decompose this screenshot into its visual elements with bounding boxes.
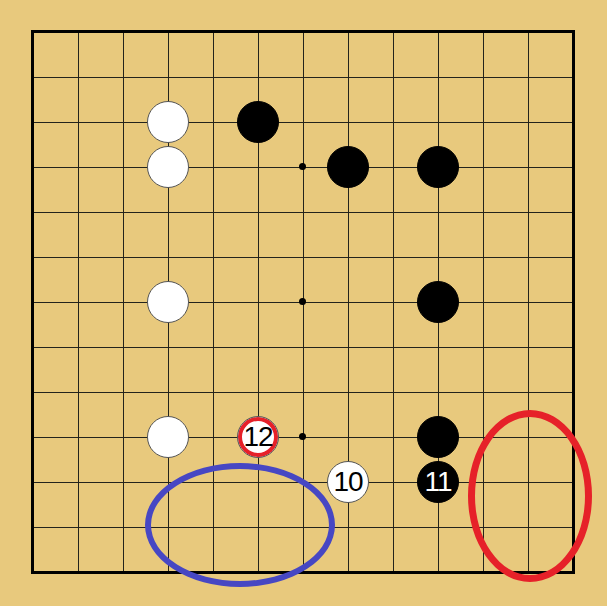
grid-cell[interactable] bbox=[258, 212, 303, 257]
grid-cell[interactable] bbox=[33, 32, 78, 77]
grid-cell[interactable] bbox=[33, 257, 78, 302]
grid-cell[interactable] bbox=[213, 32, 258, 77]
grid-cell[interactable] bbox=[438, 32, 483, 77]
move-number-label: 11 bbox=[424, 468, 451, 496]
go-diagram: 121011 bbox=[0, 0, 607, 606]
grid-cell[interactable] bbox=[483, 302, 528, 347]
grid-cell[interactable] bbox=[258, 257, 303, 302]
stone-black-K10[interactable] bbox=[417, 146, 459, 188]
stone-black-K4[interactable] bbox=[417, 416, 459, 458]
grid-cell[interactable] bbox=[528, 437, 573, 482]
grid-cell[interactable] bbox=[78, 167, 123, 212]
grid-cell[interactable] bbox=[33, 302, 78, 347]
grid-cell[interactable] bbox=[348, 32, 393, 77]
grid-cell[interactable] bbox=[393, 32, 438, 77]
grid-cell[interactable] bbox=[213, 302, 258, 347]
grid-cell[interactable] bbox=[78, 527, 123, 572]
grid-cell[interactable] bbox=[78, 122, 123, 167]
stone-white-D7[interactable] bbox=[147, 281, 189, 323]
grid-cell[interactable] bbox=[348, 347, 393, 392]
grid-cell[interactable] bbox=[348, 212, 393, 257]
grid-cell[interactable] bbox=[123, 212, 168, 257]
grid-cell[interactable] bbox=[78, 437, 123, 482]
grid-cell[interactable] bbox=[78, 257, 123, 302]
grid-cell[interactable] bbox=[33, 77, 78, 122]
grid-cell[interactable] bbox=[258, 347, 303, 392]
grid-cell[interactable] bbox=[483, 392, 528, 437]
move-number-label: 10 bbox=[333, 468, 362, 496]
grid-cell[interactable] bbox=[438, 77, 483, 122]
star-point bbox=[299, 163, 306, 170]
grid-cell[interactable] bbox=[483, 77, 528, 122]
grid-cell[interactable] bbox=[123, 32, 168, 77]
grid-cell[interactable] bbox=[78, 302, 123, 347]
grid-cell[interactable] bbox=[78, 392, 123, 437]
grid-cell[interactable] bbox=[33, 527, 78, 572]
grid-cell[interactable] bbox=[528, 392, 573, 437]
grid-cell[interactable] bbox=[483, 437, 528, 482]
grid-cell[interactable] bbox=[168, 212, 213, 257]
grid-cell[interactable] bbox=[438, 212, 483, 257]
grid-cell[interactable] bbox=[258, 32, 303, 77]
grid-cell[interactable] bbox=[303, 77, 348, 122]
stone-white-H3[interactable]: 10 bbox=[327, 461, 369, 503]
grid-cell[interactable] bbox=[258, 527, 303, 572]
grid-cell[interactable] bbox=[258, 482, 303, 527]
grid-cell[interactable] bbox=[393, 527, 438, 572]
grid-cell[interactable] bbox=[528, 167, 573, 212]
grid-cell[interactable] bbox=[438, 527, 483, 572]
grid-cell[interactable] bbox=[348, 527, 393, 572]
grid-cell[interactable] bbox=[303, 302, 348, 347]
stone-white-D10[interactable] bbox=[147, 146, 189, 188]
grid-cell[interactable] bbox=[33, 347, 78, 392]
stone-black-H10[interactable] bbox=[327, 146, 369, 188]
grid-cell[interactable] bbox=[483, 122, 528, 167]
grid-cell[interactable] bbox=[213, 527, 258, 572]
grid-cell[interactable] bbox=[348, 302, 393, 347]
grid-cell[interactable] bbox=[123, 482, 168, 527]
grid-cell[interactable] bbox=[78, 482, 123, 527]
grid-cell[interactable] bbox=[213, 167, 258, 212]
stone-black-K7[interactable] bbox=[417, 281, 459, 323]
grid-cell[interactable] bbox=[483, 347, 528, 392]
grid-cell[interactable] bbox=[393, 77, 438, 122]
grid-cell[interactable] bbox=[33, 482, 78, 527]
grid-cell[interactable] bbox=[78, 347, 123, 392]
grid-cell[interactable] bbox=[258, 167, 303, 212]
star-point bbox=[299, 433, 306, 440]
grid-cell[interactable] bbox=[528, 257, 573, 302]
grid-cell[interactable] bbox=[483, 212, 528, 257]
grid-cell[interactable] bbox=[123, 527, 168, 572]
grid-cell[interactable] bbox=[33, 437, 78, 482]
grid-cell[interactable] bbox=[33, 167, 78, 212]
grid-cell[interactable] bbox=[303, 347, 348, 392]
stone-white-F4[interactable]: 12 bbox=[237, 416, 279, 458]
grid-cell[interactable] bbox=[303, 257, 348, 302]
grid-cell[interactable] bbox=[303, 392, 348, 437]
grid-cell[interactable] bbox=[33, 392, 78, 437]
stone-black-K3[interactable]: 11 bbox=[417, 461, 459, 503]
grid-cell[interactable] bbox=[33, 212, 78, 257]
grid-cell[interactable] bbox=[168, 347, 213, 392]
grid-cell[interactable] bbox=[348, 392, 393, 437]
grid-cell[interactable] bbox=[483, 257, 528, 302]
grid-cell[interactable] bbox=[213, 212, 258, 257]
stone-white-D4[interactable] bbox=[147, 416, 189, 458]
grid-cell[interactable] bbox=[303, 212, 348, 257]
grid-cell[interactable] bbox=[303, 527, 348, 572]
grid-cell[interactable] bbox=[168, 527, 213, 572]
grid-cell[interactable] bbox=[348, 257, 393, 302]
move-number-label: 12 bbox=[243, 423, 272, 451]
stone-white-D11[interactable] bbox=[147, 101, 189, 143]
grid-cell[interactable] bbox=[33, 122, 78, 167]
grid-cell[interactable] bbox=[213, 482, 258, 527]
grid-cell[interactable] bbox=[438, 347, 483, 392]
grid-cell[interactable] bbox=[348, 77, 393, 122]
grid-cell[interactable] bbox=[528, 482, 573, 527]
grid-cell[interactable] bbox=[393, 212, 438, 257]
grid-cell[interactable] bbox=[303, 32, 348, 77]
grid-cell[interactable] bbox=[528, 32, 573, 77]
grid-cell[interactable] bbox=[168, 32, 213, 77]
grid-cell[interactable] bbox=[483, 167, 528, 212]
stone-black-F11[interactable] bbox=[237, 101, 279, 143]
grid-cell[interactable] bbox=[483, 527, 528, 572]
grid-cell[interactable] bbox=[483, 482, 528, 527]
grid-cell[interactable] bbox=[123, 347, 168, 392]
grid-cell[interactable] bbox=[78, 32, 123, 77]
grid-cell[interactable] bbox=[528, 122, 573, 167]
grid-cell[interactable] bbox=[78, 77, 123, 122]
star-point bbox=[299, 298, 306, 305]
grid-cell[interactable] bbox=[213, 257, 258, 302]
grid-cell[interactable] bbox=[78, 212, 123, 257]
grid-cell[interactable] bbox=[258, 302, 303, 347]
grid-cell[interactable] bbox=[393, 347, 438, 392]
grid-cell[interactable] bbox=[528, 347, 573, 392]
grid-cell[interactable] bbox=[528, 77, 573, 122]
grid-cell[interactable] bbox=[528, 302, 573, 347]
grid-cell[interactable] bbox=[213, 347, 258, 392]
grid-cell[interactable] bbox=[528, 212, 573, 257]
grid-cell[interactable] bbox=[528, 527, 573, 572]
grid-cell[interactable] bbox=[483, 32, 528, 77]
grid-cell[interactable] bbox=[168, 482, 213, 527]
